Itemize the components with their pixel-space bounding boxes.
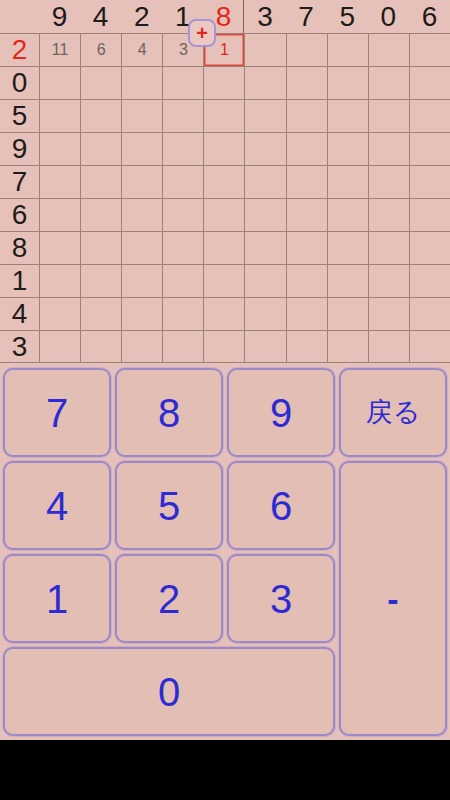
calc-grid: + 94218375062116431059768143 [0,0,450,363]
answer-cell-r2c10[interactable] [409,66,450,99]
answer-cell-r1c9[interactable] [368,33,409,66]
key-6[interactable]: 6 [227,461,335,550]
top-header-9: 9 [39,0,80,33]
answer-cell-r4c5[interactable] [203,132,244,165]
answer-cell-r9c6[interactable] [244,297,285,330]
answer-cell-r6c5[interactable] [203,198,244,231]
left-header-9: 9 [0,132,39,165]
top-header-6: 6 [409,0,450,33]
answer-cell-r10c2[interactable] [80,330,121,363]
answer-cell-r3c5[interactable] [203,99,244,132]
answer-cell-r3c9[interactable] [368,99,409,132]
answer-cell-r2c9[interactable] [368,66,409,99]
answer-cell-r8c3[interactable] [121,264,162,297]
answer-cell-r2c7[interactable] [286,66,327,99]
android-nav-bar [0,740,450,800]
answer-cell-r2c3[interactable] [121,66,162,99]
answer-cell-r8c2[interactable] [80,264,121,297]
left-header-2: 2 [0,33,39,66]
answer-cell-r6c3[interactable] [121,198,162,231]
answer-cell-r7c10[interactable] [409,231,450,264]
answer-cell-r5c1[interactable] [39,165,80,198]
answer-cell-r4c1[interactable] [39,132,80,165]
answer-cell-r6c7[interactable] [286,198,327,231]
top-header-3: 3 [244,0,285,33]
left-header-1: 1 [0,264,39,297]
answer-cell-r3c4[interactable] [162,99,203,132]
answer-cell-r7c6[interactable] [244,231,285,264]
answer-cell-r2c5[interactable] [203,66,244,99]
answer-cell-r4c6[interactable] [244,132,285,165]
answer-cell-r3c6[interactable] [244,99,285,132]
answer-cell-r9c1[interactable] [39,297,80,330]
left-header-7: 7 [0,165,39,198]
answer-cell-r5c2[interactable] [80,165,121,198]
answer-cell-r7c2[interactable] [80,231,121,264]
answer-cell-r5c6[interactable] [244,165,285,198]
answer-cell-r8c7[interactable] [286,264,327,297]
answer-cell-r9c5[interactable] [203,297,244,330]
answer-cell-r1c6[interactable] [244,33,285,66]
answer-cell-r2c8[interactable] [327,66,368,99]
answer-cell-r3c3[interactable] [121,99,162,132]
key-9[interactable]: 9 [227,368,335,457]
answer-cell-r2c6[interactable] [244,66,285,99]
key-1[interactable]: 1 [3,554,111,643]
corner-cell [0,0,39,33]
answer-cell-r10c6[interactable] [244,330,285,363]
answer-cell-r1c7[interactable] [286,33,327,66]
answer-cell-r8c5[interactable] [203,264,244,297]
answer-cell-r4c7[interactable] [286,132,327,165]
answer-cell-r6c2[interactable] [80,198,121,231]
answer-cell-r9c4[interactable] [162,297,203,330]
answer-cell-r5c4[interactable] [162,165,203,198]
answer-cell-r10c7[interactable] [286,330,327,363]
answer-cell-r7c7[interactable] [286,231,327,264]
answer-cell-r6c1[interactable] [39,198,80,231]
answer-cell-r5c8[interactable] [327,165,368,198]
plus-icon: + [196,23,208,43]
answer-cell-r10c5[interactable] [203,330,244,363]
answer-cell-r5c9[interactable] [368,165,409,198]
answer-cell-r3c7[interactable] [286,99,327,132]
answer-cell-r3c10[interactable] [409,99,450,132]
answer-cell-r1c3[interactable]: 4 [121,33,162,66]
answer-cell-r10c3[interactable] [121,330,162,363]
operation-badge: + [188,19,216,47]
key-minus[interactable]: - [339,461,447,736]
answer-cell-r10c10[interactable] [409,330,450,363]
answer-cell-r9c2[interactable] [80,297,121,330]
answer-cell-r4c2[interactable] [80,132,121,165]
answer-cell-r5c5[interactable] [203,165,244,198]
answer-cell-r2c4[interactable] [162,66,203,99]
answer-cell-r7c5[interactable] [203,231,244,264]
answer-cell-r8c8[interactable] [327,264,368,297]
answer-cell-r2c2[interactable] [80,66,121,99]
answer-cell-r2c1[interactable] [39,66,80,99]
answer-cell-r10c4[interactable] [162,330,203,363]
answer-cell-r6c9[interactable] [368,198,409,231]
answer-cell-r10c9[interactable] [368,330,409,363]
top-header-7: 7 [286,0,327,33]
answer-cell-r5c7[interactable] [286,165,327,198]
answer-cell-r5c10[interactable] [409,165,450,198]
answer-cell-r9c9[interactable] [368,297,409,330]
answer-cell-r10c8[interactable] [327,330,368,363]
answer-cell-r8c4[interactable] [162,264,203,297]
answer-cell-r8c6[interactable] [244,264,285,297]
answer-cell-r1c8[interactable] [327,33,368,66]
left-header-6: 6 [0,198,39,231]
answer-cell-r3c2[interactable] [80,99,121,132]
top-header-2: 2 [121,0,162,33]
answer-cell-r7c9[interactable] [368,231,409,264]
answer-cell-r6c6[interactable] [244,198,285,231]
answer-cell-r1c10[interactable] [409,33,450,66]
answer-cell-r4c4[interactable] [162,132,203,165]
answer-cell-r9c8[interactable] [327,297,368,330]
answer-cell-r1c2[interactable]: 6 [80,33,121,66]
top-header-0: 0 [368,0,409,33]
answer-cell-r6c4[interactable] [162,198,203,231]
answer-cell-r8c1[interactable] [39,264,80,297]
answer-cell-r4c10[interactable] [409,132,450,165]
left-header-4: 4 [0,297,39,330]
key-8[interactable]: 8 [115,368,223,457]
answer-cell-r6c10[interactable] [409,198,450,231]
answer-cell-r4c3[interactable] [121,132,162,165]
answer-cell-r8c9[interactable] [368,264,409,297]
answer-cell-r6c8[interactable] [327,198,368,231]
answer-cell-r10c1[interactable] [39,330,80,363]
answer-cell-r4c9[interactable] [368,132,409,165]
answer-cell-r1c1[interactable]: 11 [39,33,80,66]
left-header-5: 5 [0,99,39,132]
key-7[interactable]: 7 [3,368,111,457]
answer-cell-r7c8[interactable] [327,231,368,264]
top-header-4: 4 [80,0,121,33]
answer-cell-r9c7[interactable] [286,297,327,330]
key-4[interactable]: 4 [3,461,111,550]
key-0[interactable]: 0 [3,647,335,736]
key-back[interactable]: 戻る [339,368,447,457]
answer-cell-r3c1[interactable] [39,99,80,132]
answer-cell-r9c3[interactable] [121,297,162,330]
keypad: 789戻る456-1230 [0,363,450,740]
answer-cell-r7c4[interactable] [162,231,203,264]
key-5[interactable]: 5 [115,461,223,550]
answer-cell-r4c8[interactable] [327,132,368,165]
key-2[interactable]: 2 [115,554,223,643]
left-header-3: 3 [0,330,39,363]
answer-cell-r8c10[interactable] [409,264,450,297]
answer-cell-r9c10[interactable] [409,297,450,330]
answer-cell-r7c1[interactable] [39,231,80,264]
key-3[interactable]: 3 [227,554,335,643]
left-header-0: 0 [0,66,39,99]
answer-cell-r3c8[interactable] [327,99,368,132]
answer-cell-r5c3[interactable] [121,165,162,198]
answer-cell-r7c3[interactable] [121,231,162,264]
left-header-8: 8 [0,231,39,264]
top-header-5: 5 [327,0,368,33]
